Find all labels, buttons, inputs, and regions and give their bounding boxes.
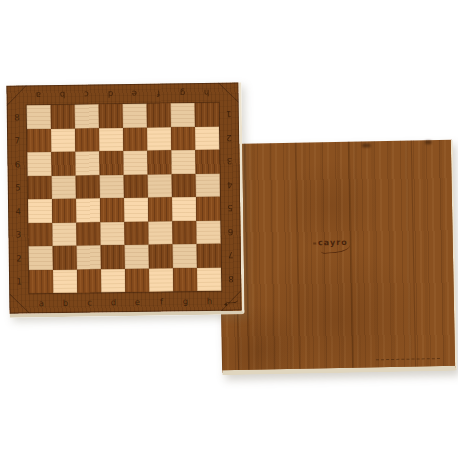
square-f1 <box>149 268 173 292</box>
square-f7 <box>147 127 171 151</box>
product-photo: cayro abcdefgh abcdefgh 87654321 1234567… <box>0 0 458 458</box>
square-c6 <box>75 151 99 175</box>
file-label-f: f <box>146 83 170 103</box>
square-f4 <box>148 197 172 221</box>
square-c2 <box>77 245 101 269</box>
rank-label-4: 4 <box>8 199 28 223</box>
square-e2 <box>125 245 149 269</box>
square-b5 <box>52 175 76 199</box>
rank-label-3: 3 <box>8 223 28 247</box>
file-label-d: d <box>98 84 122 104</box>
square-e6 <box>123 151 147 175</box>
file-label-g: g <box>170 83 194 103</box>
square-h2 <box>197 244 221 268</box>
brand-trademark-dot <box>313 242 316 244</box>
square-h6 <box>195 150 219 174</box>
rank-label-7: 7 <box>7 129 27 153</box>
square-f3 <box>148 221 172 245</box>
brand-logo: cayro <box>313 239 350 254</box>
square-d2 <box>101 245 125 269</box>
square-b1 <box>53 269 77 293</box>
file-label-a: a <box>26 85 50 105</box>
square-e5 <box>124 174 148 198</box>
file-label-h: h <box>197 291 221 311</box>
square-d5 <box>100 175 124 199</box>
square-c1 <box>77 269 101 293</box>
rank-label-7: 7 <box>221 243 241 267</box>
rank-labels-right: 12345678 <box>219 102 242 290</box>
file-label-d: d <box>101 292 125 312</box>
square-g3 <box>172 221 196 245</box>
square-d4 <box>100 198 124 222</box>
board-frame: abcdefgh abcdefgh 87654321 12345678 <box>6 82 241 313</box>
rank-labels-left: 87654321 <box>7 105 30 293</box>
square-h1 <box>197 267 221 291</box>
rank-label-8: 8 <box>7 105 27 129</box>
file-label-b: b <box>53 293 77 313</box>
square-d3 <box>100 222 124 246</box>
square-h3 <box>196 220 220 244</box>
file-label-c: c <box>74 84 98 104</box>
square-e4 <box>124 198 148 222</box>
file-label-a: a <box>29 293 53 313</box>
rank-label-2: 2 <box>219 126 239 150</box>
chess-grid <box>27 103 222 294</box>
square-g5 <box>172 174 196 198</box>
square-d6 <box>99 151 123 175</box>
frame-miter-joint <box>218 82 238 102</box>
square-c7 <box>75 128 99 152</box>
wood-grain-texture <box>218 140 455 370</box>
square-h5 <box>196 173 220 197</box>
square-b7 <box>51 128 75 152</box>
chess-board-front: abcdefgh abcdefgh 87654321 12345678 <box>6 82 244 317</box>
square-h8 <box>195 103 219 127</box>
square-a2 <box>29 246 53 270</box>
square-a5 <box>28 176 52 200</box>
square-g1 <box>173 268 197 292</box>
square-e3 <box>124 221 148 245</box>
square-f2 <box>149 244 173 268</box>
square-d1 <box>101 269 125 293</box>
square-a1 <box>29 270 53 294</box>
rank-label-8: 8 <box>221 267 241 291</box>
file-label-f: f <box>149 291 173 311</box>
square-a6 <box>27 152 51 176</box>
square-a7 <box>27 129 51 153</box>
file-label-b: b <box>50 85 74 105</box>
file-label-e: e <box>122 84 146 104</box>
rank-label-3: 3 <box>219 149 239 173</box>
square-h7 <box>195 126 219 150</box>
square-e1 <box>125 268 149 292</box>
rank-label-2: 2 <box>9 246 29 270</box>
square-b2 <box>53 246 77 270</box>
square-c5 <box>76 175 100 199</box>
square-a4 <box>28 199 52 223</box>
frame-miter-joint <box>6 85 26 105</box>
square-c3 <box>76 222 100 246</box>
square-b3 <box>52 222 76 246</box>
square-g7 <box>171 127 195 151</box>
square-b6 <box>51 152 75 176</box>
chess-board-back: cayro <box>218 140 457 375</box>
square-f8 <box>147 103 171 127</box>
file-label-e: e <box>125 292 149 312</box>
file-labels-bottom: abcdefgh <box>29 291 221 314</box>
square-g8 <box>171 103 195 127</box>
rank-label-5: 5 <box>8 176 28 200</box>
square-b4 <box>52 199 76 223</box>
square-b8 <box>51 105 75 129</box>
square-h4 <box>196 197 220 221</box>
square-a8 <box>27 105 51 129</box>
rank-label-6: 6 <box>7 152 27 176</box>
rank-label-4: 4 <box>220 173 240 197</box>
square-f5 <box>148 174 172 198</box>
file-labels-top: abcdefgh <box>26 83 218 106</box>
frame-miter-joint <box>9 293 29 313</box>
file-label-c: c <box>77 292 101 312</box>
square-d7 <box>99 128 123 152</box>
square-e8 <box>123 104 147 128</box>
file-label-g: g <box>173 291 197 311</box>
square-g4 <box>172 197 196 221</box>
square-g2 <box>173 244 197 268</box>
rank-label-1: 1 <box>9 270 29 294</box>
rank-label-5: 5 <box>220 196 240 220</box>
square-c8 <box>75 104 99 128</box>
square-f6 <box>147 150 171 174</box>
rank-label-1: 1 <box>219 102 239 126</box>
square-d8 <box>99 104 123 128</box>
square-a3 <box>28 223 52 247</box>
rank-label-6: 6 <box>220 220 240 244</box>
square-c4 <box>76 198 100 222</box>
file-label-h: h <box>194 83 218 103</box>
square-e7 <box>123 127 147 151</box>
square-g6 <box>171 150 195 174</box>
